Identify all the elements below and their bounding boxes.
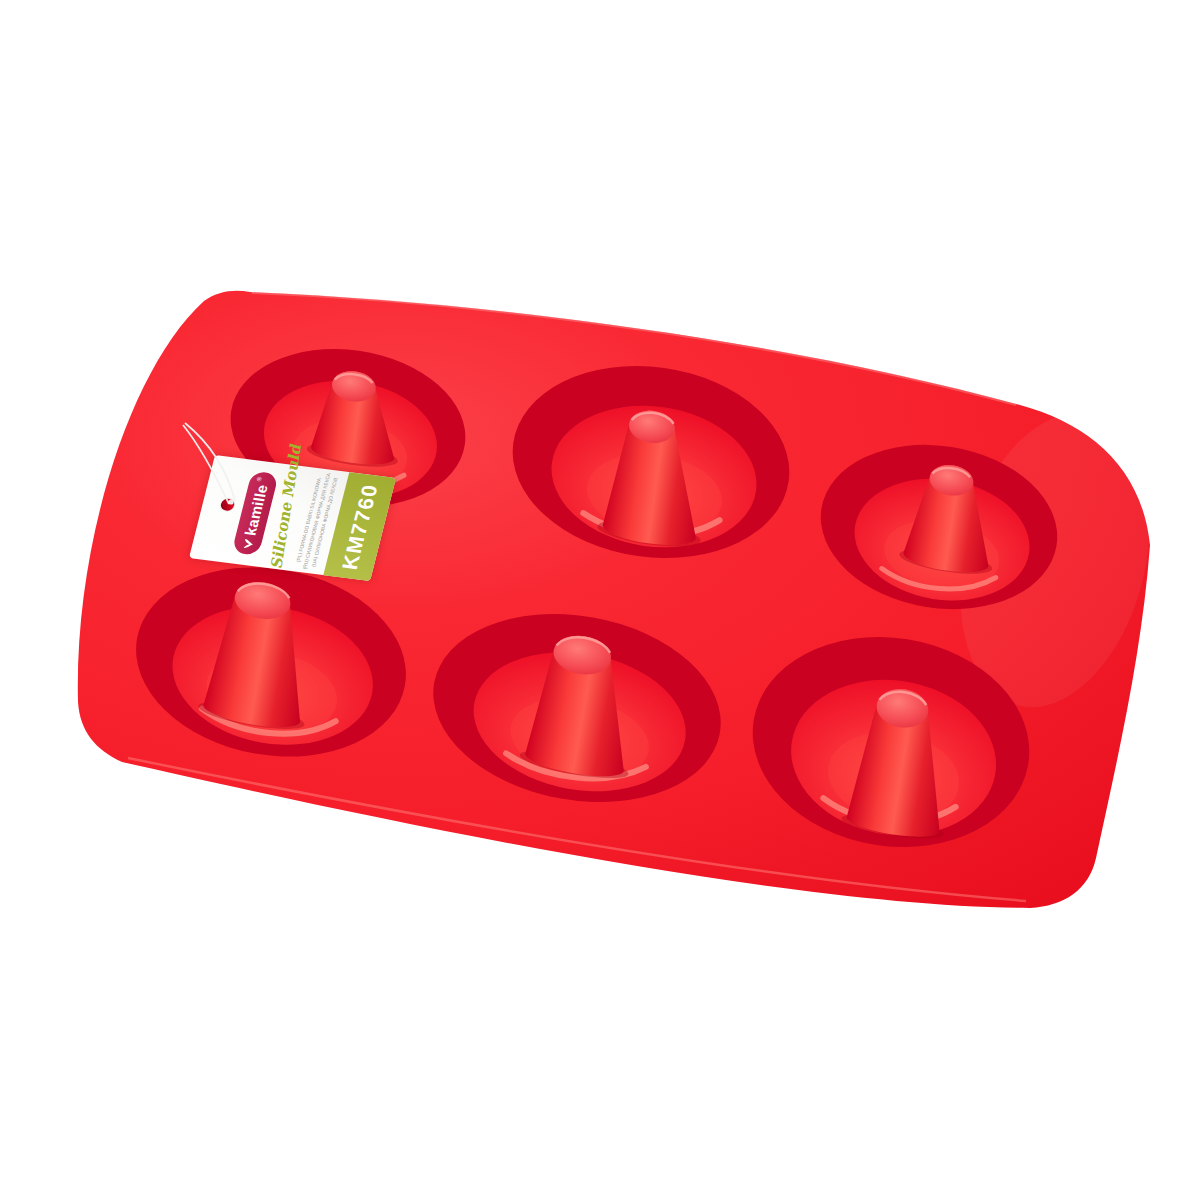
brand-name: kamille xyxy=(242,484,270,537)
product-photo: kamille ® Silicone Mould (PL) FORMA DO B… xyxy=(0,0,1200,1200)
kamille-flower-icon xyxy=(240,538,256,550)
tag-hole xyxy=(220,498,236,511)
model-code: KM7760 xyxy=(337,482,383,571)
donut-mould-graphic xyxy=(0,0,1200,1200)
registered-mark: ® xyxy=(255,476,262,481)
